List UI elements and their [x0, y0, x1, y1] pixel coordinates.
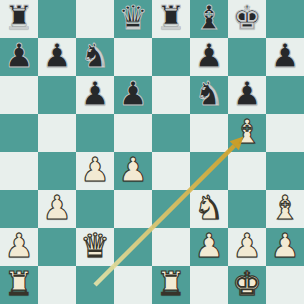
piece-bP-g6[interactable]: ♟: [232, 75, 262, 113]
square-b2[interactable]: [38, 228, 76, 266]
piece-wN-f3[interactable]: ♞: [194, 189, 224, 227]
square-h6[interactable]: [266, 76, 304, 114]
square-h4[interactable]: [266, 152, 304, 190]
square-b8[interactable]: [38, 0, 76, 38]
piece-wB-h3[interactable]: ♝: [270, 189, 300, 227]
square-e5[interactable]: [152, 114, 190, 152]
square-a6[interactable]: [0, 76, 38, 114]
square-d6[interactable]: ♟: [114, 76, 152, 114]
square-c4[interactable]: ♟: [76, 152, 114, 190]
square-b5[interactable]: [38, 114, 76, 152]
square-a3[interactable]: [0, 190, 38, 228]
piece-bQ-d8[interactable]: ♛: [118, 0, 148, 37]
square-d1[interactable]: [114, 266, 152, 304]
square-a5[interactable]: [0, 114, 38, 152]
square-e3[interactable]: [152, 190, 190, 228]
piece-wP-g2[interactable]: ♟: [232, 227, 262, 265]
square-b1[interactable]: [38, 266, 76, 304]
piece-wP-a2[interactable]: ♟: [4, 227, 34, 265]
square-f5[interactable]: [190, 114, 228, 152]
square-f7[interactable]: ♟: [190, 38, 228, 76]
square-c7[interactable]: ♞: [76, 38, 114, 76]
piece-wQ-c2[interactable]: ♛: [80, 227, 110, 265]
square-a7[interactable]: ♟: [0, 38, 38, 76]
square-d4[interactable]: ♟: [114, 152, 152, 190]
square-h3[interactable]: ♝: [266, 190, 304, 228]
square-f2[interactable]: ♟: [190, 228, 228, 266]
square-h8[interactable]: [266, 0, 304, 38]
piece-bP-h7[interactable]: ♟: [270, 37, 300, 75]
square-e1[interactable]: ♜: [152, 266, 190, 304]
square-d5[interactable]: [114, 114, 152, 152]
square-g6[interactable]: ♟: [228, 76, 266, 114]
square-h1[interactable]: [266, 266, 304, 304]
piece-wP-f2[interactable]: ♟: [194, 227, 224, 265]
piece-wK-g1[interactable]: ♚: [232, 265, 262, 303]
square-c3[interactable]: [76, 190, 114, 228]
square-g5[interactable]: ♝: [228, 114, 266, 152]
square-c5[interactable]: [76, 114, 114, 152]
square-e2[interactable]: [152, 228, 190, 266]
piece-bP-d6[interactable]: ♟: [118, 75, 148, 113]
piece-bN-c7[interactable]: ♞: [80, 37, 110, 75]
square-g2[interactable]: ♟: [228, 228, 266, 266]
square-c6[interactable]: ♟: [76, 76, 114, 114]
square-e7[interactable]: [152, 38, 190, 76]
square-d7[interactable]: [114, 38, 152, 76]
chess-board: ♜♛♜♝♚♟♟♞♟♟♟♟♞♟♝♟♟♟♞♝♟♛♟♟♟♜♜♚: [0, 0, 304, 304]
square-c2[interactable]: ♛: [76, 228, 114, 266]
piece-bR-a8[interactable]: ♜: [4, 0, 34, 37]
square-b7[interactable]: ♟: [38, 38, 76, 76]
square-b4[interactable]: [38, 152, 76, 190]
piece-wP-h2[interactable]: ♟: [270, 227, 300, 265]
square-d2[interactable]: [114, 228, 152, 266]
square-a2[interactable]: ♟: [0, 228, 38, 266]
square-f1[interactable]: [190, 266, 228, 304]
square-e4[interactable]: [152, 152, 190, 190]
square-d3[interactable]: [114, 190, 152, 228]
piece-bK-g8[interactable]: ♚: [232, 0, 262, 37]
piece-bP-f7[interactable]: ♟: [194, 37, 224, 75]
square-a4[interactable]: [0, 152, 38, 190]
square-f4[interactable]: [190, 152, 228, 190]
square-c8[interactable]: [76, 0, 114, 38]
piece-wB-g5[interactable]: ♝: [232, 113, 262, 151]
square-h7[interactable]: ♟: [266, 38, 304, 76]
square-e6[interactable]: [152, 76, 190, 114]
square-f6[interactable]: ♞: [190, 76, 228, 114]
square-g4[interactable]: [228, 152, 266, 190]
square-b3[interactable]: ♟: [38, 190, 76, 228]
square-h5[interactable]: [266, 114, 304, 152]
square-e8[interactable]: ♜: [152, 0, 190, 38]
piece-wP-d4[interactable]: ♟: [118, 151, 148, 189]
piece-bP-b7[interactable]: ♟: [42, 37, 72, 75]
square-g8[interactable]: ♚: [228, 0, 266, 38]
square-g7[interactable]: [228, 38, 266, 76]
piece-bR-e8[interactable]: ♜: [156, 0, 186, 37]
square-d8[interactable]: ♛: [114, 0, 152, 38]
piece-bN-f6[interactable]: ♞: [194, 75, 224, 113]
piece-wP-c4[interactable]: ♟: [80, 151, 110, 189]
piece-wR-a1[interactable]: ♜: [4, 265, 34, 303]
piece-bP-a7[interactable]: ♟: [4, 37, 34, 75]
square-f3[interactable]: ♞: [190, 190, 228, 228]
piece-wR-e1[interactable]: ♜: [156, 265, 186, 303]
piece-bP-c6[interactable]: ♟: [80, 75, 110, 113]
square-h2[interactable]: ♟: [266, 228, 304, 266]
square-b6[interactable]: [38, 76, 76, 114]
piece-wP-b3[interactable]: ♟: [42, 189, 72, 227]
square-a1[interactable]: ♜: [0, 266, 38, 304]
square-g1[interactable]: ♚: [228, 266, 266, 304]
square-a8[interactable]: ♜: [0, 0, 38, 38]
piece-bB-f8[interactable]: ♝: [194, 0, 224, 37]
square-g3[interactable]: [228, 190, 266, 228]
square-f8[interactable]: ♝: [190, 0, 228, 38]
square-c1[interactable]: [76, 266, 114, 304]
